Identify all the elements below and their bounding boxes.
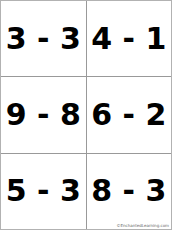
- flashcard: 8 - 3: [87, 154, 172, 229]
- flashcard: 5 - 3: [1, 154, 86, 229]
- flashcard-expression: 6 - 2: [91, 100, 166, 130]
- flashcard-expression: 4 - 1: [91, 24, 166, 54]
- flashcard-sheet: 3 - 3 4 - 1 9 - 8 6 - 2 5 - 3 8 - 3 ©Enc…: [0, 0, 172, 230]
- flashcard-expression: 3 - 3: [6, 24, 81, 54]
- flashcard-expression: 5 - 3: [6, 176, 81, 206]
- flashcard: 3 - 3: [1, 1, 86, 76]
- copyright-watermark: ©EnchantedLearning.com: [116, 224, 169, 228]
- flashcard-expression: 9 - 8: [6, 100, 81, 130]
- flashcard: 6 - 2: [87, 77, 172, 152]
- flashcard-expression: 8 - 3: [91, 176, 166, 206]
- flashcard: 9 - 8: [1, 77, 86, 152]
- flashcard: 4 - 1: [87, 1, 172, 76]
